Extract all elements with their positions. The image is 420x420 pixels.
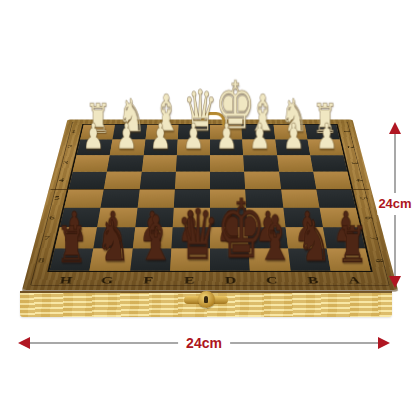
white-rook-piece: ♜ — [86, 98, 108, 139]
rank-label: 6 — [348, 214, 387, 222]
square-d7[interactable]: ♟ — [210, 227, 249, 248]
square-b2[interactable]: ♟ — [275, 140, 310, 156]
square-c3[interactable] — [243, 155, 278, 171]
chess-board: ♜♞♝♛♚♝♞♜♟♟♟♟♟♟♟♟♟♟♟♟♟♟♟♟♜♞♝♛♚♝♞♜ 1234567… — [22, 120, 398, 290]
square-g1[interactable]: ♞ — [113, 125, 147, 140]
square-b3[interactable] — [277, 155, 313, 171]
square-b7[interactable]: ♟ — [285, 227, 326, 248]
arrowhead-right-icon — [378, 337, 390, 349]
brass-hinge-ring — [201, 112, 226, 127]
square-g7[interactable]: ♟ — [94, 227, 135, 248]
board-grid: ♜♞♝♛♚♝♞♜♟♟♟♟♟♟♟♟♟♟♟♟♟♟♟♟♜♞♝♛♚♝♞♜ — [49, 125, 370, 271]
playing-area-border: ♜♞♝♛♚♝♞♜♟♟♟♟♟♟♟♟♟♟♟♟♟♟♟♟♜♞♝♛♚♝♞♜ — [47, 124, 372, 272]
square-e1[interactable]: ♛ — [178, 125, 210, 140]
board-scene: ♜♞♝♛♚♝♞♜♟♟♟♟♟♟♟♟♟♟♟♟♟♟♟♟♜♞♝♛♚♝♞♜ 1234567… — [0, 0, 420, 420]
square-d3[interactable] — [210, 155, 244, 171]
square-b5[interactable] — [281, 189, 320, 208]
square-c8[interactable]: ♝ — [249, 248, 290, 270]
square-d5[interactable] — [210, 189, 246, 208]
square-e2[interactable]: ♟ — [177, 140, 210, 156]
square-d2[interactable]: ♟ — [210, 140, 243, 156]
folded-case-front-edge — [20, 291, 392, 317]
white-knight-piece: ♞ — [118, 93, 140, 139]
square-c1[interactable]: ♝ — [242, 125, 275, 140]
square-e6[interactable] — [172, 208, 210, 228]
square-f4[interactable] — [139, 172, 175, 189]
square-g5[interactable] — [101, 189, 140, 208]
square-d4[interactable] — [210, 172, 245, 189]
square-b8[interactable]: ♞ — [288, 248, 331, 270]
black-rook-piece: ♜ — [56, 219, 83, 270]
square-c2[interactable]: ♟ — [242, 140, 276, 156]
square-f3[interactable] — [141, 155, 176, 171]
rank-label: 2 — [333, 144, 368, 150]
square-g4[interactable] — [104, 172, 141, 189]
height-dimension-label: 24cm — [377, 193, 412, 215]
square-e8[interactable]: ♛ — [170, 248, 210, 270]
arrowhead-up-icon — [389, 122, 401, 134]
rank-label: 4 — [340, 177, 377, 184]
square-f5[interactable] — [137, 189, 175, 208]
square-h2[interactable]: ♟ — [77, 140, 113, 156]
white-bishop-piece: ♝ — [150, 89, 172, 139]
fold-seam — [50, 189, 369, 190]
square-g2[interactable]: ♟ — [110, 140, 145, 156]
square-c6[interactable] — [246, 208, 285, 228]
square-c4[interactable] — [244, 172, 280, 189]
square-c7[interactable]: ♟ — [248, 227, 288, 248]
white-king-piece: ♚ — [215, 73, 237, 139]
square-g3[interactable] — [107, 155, 143, 171]
clasp-keyhole — [198, 291, 215, 308]
square-e5[interactable] — [174, 189, 210, 208]
square-h3[interactable] — [73, 155, 110, 171]
square-f2[interactable]: ♟ — [143, 140, 177, 156]
square-d6[interactable] — [210, 208, 248, 228]
width-dimension-label: 24cm — [178, 334, 230, 352]
square-b1[interactable]: ♞ — [273, 125, 307, 140]
square-f8[interactable]: ♝ — [130, 248, 171, 270]
brass-clasp — [184, 291, 228, 308]
square-g8[interactable]: ♞ — [90, 248, 133, 270]
square-h6[interactable] — [60, 208, 101, 228]
square-f7[interactable]: ♟ — [132, 227, 172, 248]
white-bishop-piece: ♝ — [248, 89, 270, 139]
square-h8[interactable]: ♜ — [49, 248, 93, 270]
white-knight-piece: ♞ — [280, 93, 302, 139]
square-h5[interactable] — [64, 189, 104, 208]
square-e7[interactable]: ♟ — [171, 227, 210, 248]
rank-label: 1 — [330, 129, 364, 135]
square-e3[interactable] — [176, 155, 210, 171]
square-h4[interactable] — [69, 172, 107, 189]
square-b6[interactable] — [283, 208, 323, 228]
square-f6[interactable] — [135, 208, 174, 228]
rank-label: 3 — [337, 160, 373, 166]
arrowhead-left-icon — [18, 337, 30, 349]
square-h7[interactable]: ♟ — [55, 227, 98, 248]
square-f1[interactable]: ♝ — [145, 125, 178, 140]
arrowhead-down-icon — [389, 276, 401, 288]
square-d1[interactable]: ♚ — [210, 125, 242, 140]
square-h1[interactable]: ♜ — [80, 125, 115, 140]
rank-label: 7 — [353, 234, 394, 242]
square-e4[interactable] — [175, 172, 210, 189]
chess-set-product-photo: ♜♞♝♛♚♝♞♜♟♟♟♟♟♟♟♟♟♟♟♟♟♟♟♟♜♞♝♛♚♝♞♜ 1234567… — [0, 0, 420, 420]
white-queen-piece: ♛ — [183, 82, 205, 139]
square-d8[interactable]: ♚ — [210, 248, 250, 270]
square-b4[interactable] — [279, 172, 316, 189]
square-g6[interactable] — [97, 208, 137, 228]
square-c5[interactable] — [245, 189, 283, 208]
